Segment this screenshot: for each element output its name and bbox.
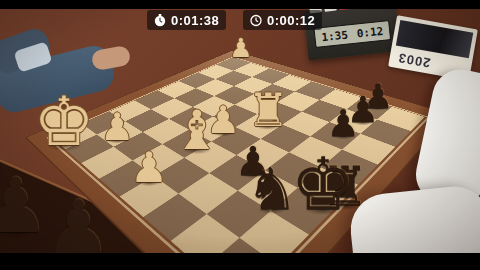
filled-clock-icon bbox=[154, 14, 166, 27]
black-king-e8[interactable]: ♚ bbox=[291, 148, 356, 220]
white-rook-d5[interactable]: ♜ bbox=[247, 87, 288, 133]
black-clock-overlay: 0:00:12 bbox=[243, 10, 322, 30]
white-clock-overlay: 0:01:38 bbox=[147, 10, 226, 30]
white-pawn-h4[interactable]: ♟ bbox=[130, 147, 168, 189]
pieces-layer: ♚♟♟♟♟♝♜♟♟♟♟♞♚♜♟♟ bbox=[0, 0, 480, 270]
white-time-text: 0:01:38 bbox=[171, 13, 219, 28]
outline-clock-icon bbox=[250, 14, 262, 27]
black-time-text: 0:00:12 bbox=[267, 13, 315, 28]
letterbox-bottom bbox=[0, 253, 480, 270]
video-frame: ♚♟♟♟♟♝♜♟♟♟♟♞♚♜♟♟ 1:35 0:12 2003 0:01 bbox=[0, 0, 480, 270]
letterbox-top bbox=[0, 0, 480, 9]
white-pawn-g2[interactable]: ♟ bbox=[100, 108, 134, 146]
white-pawn-a2[interactable]: ♟ bbox=[229, 35, 252, 61]
white-bishop-f4[interactable]: ♝ bbox=[173, 104, 221, 158]
black-pawn-c7[interactable]: ♟ bbox=[326, 105, 359, 142]
white-king-h1[interactable]: ♚ bbox=[34, 88, 95, 156]
captured-black-pawn[interactable]: ♟ bbox=[0, 168, 49, 244]
